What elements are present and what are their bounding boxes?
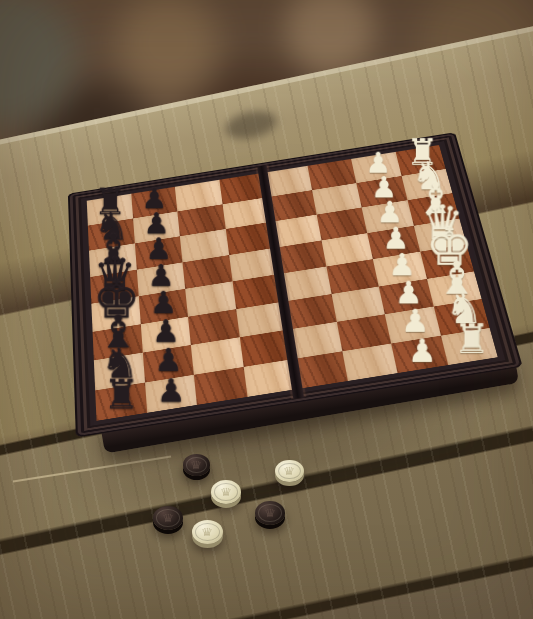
checker-cream[interactable]: ♛ [275, 460, 304, 483]
piece-white-rook-h1[interactable]: ♜ [438, 319, 506, 360]
checker-dark[interactable]: ♛ [183, 454, 210, 475]
checker-dark[interactable]: ♛ [255, 501, 285, 524]
crown-emboss-icon: ♛ [162, 512, 175, 523]
checker-cream[interactable]: ♛ [211, 480, 241, 503]
chess-set-3d: ♜♞♝♛♚♝♞♜♟♟♟♟♟♟♟♟♟♟♟♟♟♟♟♟♜♞♝♛♚♝♞♜ [69, 64, 489, 484]
crown-emboss-icon: ♛ [220, 486, 233, 497]
photo-scene: ♜♞♝♛♚♝♞♜♟♟♟♟♟♟♟♟♟♟♟♟♟♟♟♟♜♞♝♛♚♝♞♜ ♛♛♛♛♛♛ [0, 0, 533, 619]
crown-emboss-icon: ♛ [190, 459, 203, 470]
checker-cream[interactable]: ♛ [192, 520, 223, 544]
crown-emboss-icon: ♛ [283, 465, 296, 476]
checker-dark[interactable]: ♛ [153, 506, 183, 529]
chess-board: ♜♞♝♛♚♝♞♜♟♟♟♟♟♟♟♟♟♟♟♟♟♟♟♟♜♞♝♛♚♝♞♜ [68, 132, 523, 437]
crown-emboss-icon: ♛ [264, 507, 277, 518]
piece-black-pawn-h7[interactable]: ♟ [137, 375, 205, 407]
crown-emboss-icon: ♛ [201, 526, 214, 537]
